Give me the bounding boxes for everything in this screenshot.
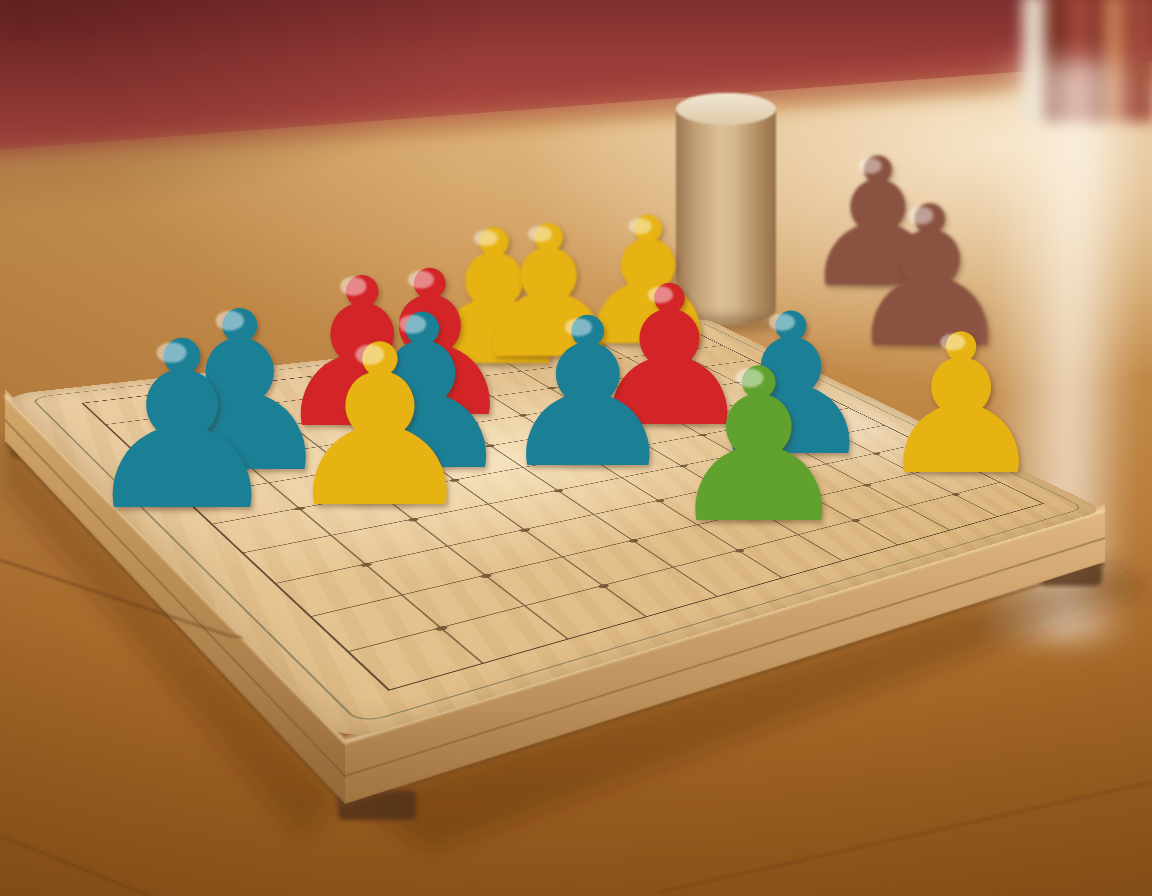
pawn-green-12[interactable]: ♟: [664, 341, 854, 553]
pawn-teal-10[interactable]: ♟: [496, 291, 681, 497]
pawn-teal-0[interactable]: ♟: [78, 312, 286, 544]
photo-scene: ♟♟♟♟♟♟♟♟♟♟♟♟♟♟♟♟: [0, 0, 1152, 896]
cylinder-top-face: [676, 93, 776, 125]
pawn-yellow-13[interactable]: ♟: [875, 309, 1048, 502]
pawn-yellow-5[interactable]: ♟: [280, 315, 480, 538]
